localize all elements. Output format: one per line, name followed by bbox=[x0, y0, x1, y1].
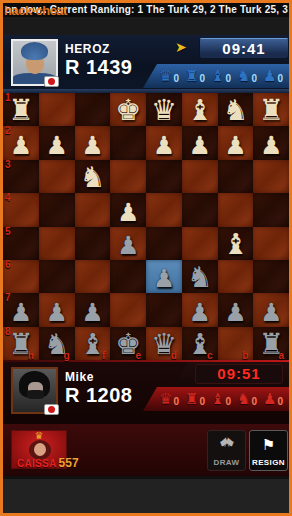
piece-black-knight: ♞ bbox=[182, 260, 218, 293]
resign-button[interactable]: ⚑ RESIGN bbox=[249, 430, 288, 471]
square-h7[interactable]: ♟7 bbox=[3, 293, 39, 326]
piece-white-queen: ♛ bbox=[146, 93, 182, 126]
square-e6[interactable] bbox=[110, 260, 146, 293]
piece-white-pawn: ♟ bbox=[110, 193, 146, 226]
opponent-captured-pieces: ♛0♜0♝0♞0♟00 bbox=[143, 64, 289, 88]
square-h6[interactable]: 6 bbox=[3, 260, 39, 293]
square-e7[interactable] bbox=[110, 293, 146, 326]
square-h1[interactable]: ♜1 bbox=[3, 93, 39, 126]
player-name: Mike bbox=[65, 370, 94, 384]
rank-label-8: 8 bbox=[5, 326, 11, 337]
piece-black-pawn: ♟ bbox=[253, 293, 289, 326]
piece-white-pawn: ♟ bbox=[253, 126, 289, 159]
captured-rook-count: 0 bbox=[199, 73, 205, 84]
captured-queen: ♛0 bbox=[159, 69, 179, 84]
square-g7[interactable]: ♟ bbox=[39, 293, 75, 326]
piece-black-pawn: ♟ bbox=[110, 227, 146, 260]
square-g8[interactable]: ♞g bbox=[39, 327, 75, 360]
caissa-points: 557 bbox=[59, 458, 79, 469]
crossed-flags-icon: ⚑⚑ bbox=[208, 434, 245, 456]
avatar-beanie bbox=[21, 42, 48, 60]
square-g1[interactable] bbox=[39, 93, 75, 126]
file-label-d: d bbox=[171, 350, 177, 361]
piece-white-knight: ♞ bbox=[218, 93, 254, 126]
square-c2[interactable]: ♟ bbox=[182, 126, 218, 159]
japan-flag-icon bbox=[44, 76, 59, 87]
square-a5[interactable] bbox=[253, 227, 289, 260]
file-label-g: g bbox=[63, 350, 69, 361]
piece-black-pawn: ♟ bbox=[218, 293, 254, 326]
square-f3[interactable]: ♞ bbox=[75, 160, 111, 193]
rank-label-6: 6 bbox=[5, 259, 11, 270]
captured-knight: ♞0 bbox=[237, 69, 257, 84]
captured-queen-icon: ♛ bbox=[159, 392, 172, 407]
square-g6[interactable] bbox=[39, 260, 75, 293]
rank-label-4: 4 bbox=[5, 192, 11, 203]
square-d5[interactable] bbox=[146, 227, 182, 260]
captured-rook-icon: ♜ bbox=[185, 392, 198, 407]
captured-rook-icon: ♜ bbox=[185, 69, 198, 84]
captured-rook-count: 0 bbox=[199, 396, 205, 407]
square-d6[interactable]: ♟ bbox=[146, 260, 182, 293]
opponent-player-bar: HEROZ R 1439 ➤ 09:41 ♛0♜0♝0♞0♟00 bbox=[3, 35, 289, 93]
file-label-a: a bbox=[278, 350, 284, 361]
square-e2[interactable] bbox=[110, 126, 146, 159]
square-f6[interactable] bbox=[75, 260, 111, 293]
opponent-name: HEROZ bbox=[65, 42, 110, 56]
rank-label-7: 7 bbox=[5, 292, 11, 303]
square-b1[interactable]: ♞ bbox=[218, 93, 254, 126]
piece-white-knight: ♞ bbox=[75, 160, 111, 193]
caissa-label: CAISSA bbox=[17, 458, 57, 469]
japan-flag-icon bbox=[44, 404, 59, 415]
piece-black-pawn: ♟ bbox=[39, 293, 75, 326]
square-e1[interactable]: ♚ bbox=[110, 93, 146, 126]
file-label-c: c bbox=[207, 350, 213, 361]
square-c5[interactable] bbox=[182, 227, 218, 260]
square-b8[interactable]: b bbox=[218, 327, 254, 360]
captured-knight-count: 0 bbox=[252, 396, 258, 407]
file-label-e: e bbox=[135, 350, 141, 361]
captured-bishop-count: 0 bbox=[225, 396, 231, 407]
square-g5[interactable] bbox=[39, 227, 75, 260]
resign-button-label: RESIGN bbox=[252, 458, 285, 467]
captured-knight-icon: ♞ bbox=[237, 392, 250, 407]
captured-bishop: ♝0 bbox=[211, 392, 231, 407]
caissa-caption: CAISSA 557 bbox=[17, 458, 79, 469]
captured-bishop-icon: ♝ bbox=[211, 392, 224, 407]
piece-white-bishop: ♝ bbox=[182, 93, 218, 126]
square-h5[interactable]: 5 bbox=[3, 227, 39, 260]
square-c7[interactable]: ♟ bbox=[182, 293, 218, 326]
action-bar: ♛ CAISSA 557 ⚑⚑ DRAW ⚑ RESIGN bbox=[3, 424, 289, 476]
opponent-avatar bbox=[11, 39, 58, 86]
captured-rook: ♜0 bbox=[185, 69, 205, 84]
captured-bishop-count: 0 bbox=[225, 73, 231, 84]
rank-label-1: 1 bbox=[5, 92, 11, 103]
square-h4[interactable]: 4 bbox=[3, 193, 39, 226]
news-ticker: on now.. Current Ranking: 1 The Turk 29,… bbox=[3, 3, 289, 17]
square-d7[interactable] bbox=[146, 293, 182, 326]
piece-white-bishop: ♝ bbox=[218, 227, 254, 260]
square-e3[interactable] bbox=[110, 160, 146, 193]
square-a1[interactable]: ♜ bbox=[253, 93, 289, 126]
square-a3[interactable] bbox=[253, 160, 289, 193]
square-c1[interactable]: ♝ bbox=[182, 93, 218, 126]
player-captured-pieces: ♛0♜0♝0♞0♟00 bbox=[143, 387, 289, 411]
captured-bishop-icon: ♝ bbox=[211, 69, 224, 84]
square-b7[interactable]: ♟ bbox=[218, 293, 254, 326]
chess-board: ♜1♚♛♝♞♜♟2♟♟♟♟♟♟3♞4♟5♟♝6♟♞♟7♟♟♟♟♟♜8h♞g♝f♚… bbox=[3, 93, 289, 360]
header-spacer bbox=[3, 17, 289, 35]
square-e5[interactable]: ♟ bbox=[110, 227, 146, 260]
captured-bishop: ♝0 bbox=[211, 69, 231, 84]
square-d1[interactable]: ♛ bbox=[146, 93, 182, 126]
piece-black-pawn: ♟ bbox=[75, 293, 111, 326]
piece-white-pawn: ♟ bbox=[218, 126, 254, 159]
square-a7[interactable]: ♟ bbox=[253, 293, 289, 326]
square-a8[interactable]: ♜a bbox=[253, 327, 289, 360]
square-f2[interactable]: ♟ bbox=[75, 126, 111, 159]
square-e8[interactable]: ♚e bbox=[110, 327, 146, 360]
square-h3[interactable]: 3 bbox=[3, 160, 39, 193]
square-g2[interactable]: ♟ bbox=[39, 126, 75, 159]
square-d2[interactable]: ♟ bbox=[146, 126, 182, 159]
captured-pawn-count: 0 bbox=[278, 73, 284, 84]
piece-black-pawn: ♟ bbox=[182, 293, 218, 326]
white-flag-icon: ⚑ bbox=[250, 434, 287, 456]
square-b3[interactable] bbox=[218, 160, 254, 193]
square-d3[interactable] bbox=[146, 160, 182, 193]
captured-queen-icon: ♛ bbox=[159, 69, 172, 84]
square-e4[interactable]: ♟ bbox=[110, 193, 146, 226]
captured-pawn: ♟0 bbox=[263, 69, 283, 84]
rank-label-5: 5 bbox=[5, 226, 11, 237]
captured-queen: ♛0 bbox=[159, 392, 179, 407]
player-avatar bbox=[11, 367, 58, 414]
piece-white-pawn: ♟ bbox=[39, 126, 75, 159]
file-label-b: b bbox=[242, 350, 248, 361]
square-c8[interactable]: ♝c bbox=[182, 327, 218, 360]
opponent-clock: 09:41 bbox=[199, 38, 289, 59]
avatar-ninja-mask bbox=[27, 390, 44, 399]
captured-knight: ♞0 bbox=[237, 392, 257, 407]
square-a6[interactable] bbox=[253, 260, 289, 293]
square-f5[interactable] bbox=[75, 227, 111, 260]
square-a4[interactable] bbox=[253, 193, 289, 226]
captured-pawn: ♟0 bbox=[263, 392, 283, 407]
piece-black-pawn: ♟ bbox=[146, 260, 182, 293]
bottom-ad-strip bbox=[3, 476, 289, 513]
square-b4[interactable] bbox=[218, 193, 254, 226]
square-c6[interactable]: ♞ bbox=[182, 260, 218, 293]
opponent-rating: R 1439 bbox=[65, 56, 133, 79]
square-d4[interactable] bbox=[146, 193, 182, 226]
piece-white-pawn: ♟ bbox=[146, 126, 182, 159]
caissa-face bbox=[34, 443, 46, 456]
square-f1[interactable] bbox=[75, 93, 111, 126]
square-a2[interactable]: ♟ bbox=[253, 126, 289, 159]
square-d8[interactable]: ♛d bbox=[146, 327, 182, 360]
square-g3[interactable] bbox=[39, 160, 75, 193]
square-b6[interactable] bbox=[218, 260, 254, 293]
rank-label-2: 2 bbox=[5, 125, 11, 136]
player-bar: Mike R 1208 09:51 ♛0♜0♝0♞0♟00 bbox=[3, 360, 289, 424]
piece-white-rook: ♜ bbox=[253, 93, 289, 126]
square-c4[interactable] bbox=[182, 193, 218, 226]
captured-pawn-icon: ♟ bbox=[263, 392, 276, 407]
watermark-text: hack-cheat bbox=[4, 3, 67, 17]
captured-queen-count: 0 bbox=[173, 73, 179, 84]
captured-knight-icon: ♞ bbox=[237, 69, 250, 84]
draw-button-label: DRAW bbox=[213, 458, 239, 467]
square-b2[interactable]: ♟ bbox=[218, 126, 254, 159]
captured-queen-count: 0 bbox=[173, 396, 179, 407]
square-b5[interactable]: ♝ bbox=[218, 227, 254, 260]
square-g4[interactable] bbox=[39, 193, 75, 226]
square-h2[interactable]: ♟2 bbox=[3, 126, 39, 159]
piece-white-pawn: ♟ bbox=[75, 126, 111, 159]
piece-white-king: ♚ bbox=[110, 93, 146, 126]
draw-button[interactable]: ⚑⚑ DRAW bbox=[207, 430, 246, 471]
player-clock: 09:51 bbox=[195, 364, 283, 384]
square-f7[interactable]: ♟ bbox=[75, 293, 111, 326]
player-rating: R 1208 bbox=[65, 384, 133, 407]
square-c3[interactable] bbox=[182, 160, 218, 193]
square-h8[interactable]: ♜8h bbox=[3, 327, 39, 360]
square-f8[interactable]: ♝f bbox=[75, 327, 111, 360]
piece-white-pawn: ♟ bbox=[182, 126, 218, 159]
chess-app-screen: on now.. Current Ranking: 1 The Turk 29,… bbox=[0, 0, 292, 516]
file-label-f: f bbox=[102, 350, 105, 361]
turn-indicator-arrow-icon: ➤ bbox=[175, 39, 187, 55]
rank-label-3: 3 bbox=[5, 159, 11, 170]
captured-pawn-icon: ♟ bbox=[263, 69, 276, 84]
captured-pawn-count: 0 bbox=[278, 396, 284, 407]
square-f4[interactable] bbox=[75, 193, 111, 226]
captured-knight-count: 0 bbox=[252, 73, 258, 84]
file-label-h: h bbox=[28, 350, 34, 361]
captured-rook: ♜0 bbox=[185, 392, 205, 407]
